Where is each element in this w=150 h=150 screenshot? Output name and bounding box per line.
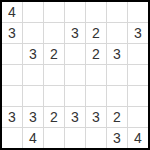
cell-r4-c3[interactable]	[44, 65, 64, 85]
cell-r4-c7[interactable]	[128, 65, 148, 85]
cell-r2-c6[interactable]	[107, 23, 127, 43]
cell-r1-c6[interactable]	[107, 2, 127, 22]
cell-r5-c6[interactable]	[107, 86, 127, 106]
cell-r6-c1[interactable]: 3	[2, 107, 22, 127]
cell-r1-c5[interactable]	[86, 2, 106, 22]
cell-r6-c2[interactable]: 3	[23, 107, 43, 127]
cell-r6-c3[interactable]: 2	[44, 107, 64, 127]
cell-r2-c3[interactable]	[44, 23, 64, 43]
cell-r2-c7[interactable]: 3	[128, 23, 148, 43]
cell-r5-c3[interactable]	[44, 86, 64, 106]
cell-r5-c7[interactable]	[128, 86, 148, 106]
cell-r4-c2[interactable]	[23, 65, 43, 85]
cell-r3-c4[interactable]	[65, 44, 85, 64]
cell-r2-c1[interactable]: 3	[2, 23, 22, 43]
cell-r3-c7[interactable]	[128, 44, 148, 64]
cell-r7-c1[interactable]	[2, 128, 22, 148]
cell-r5-c1[interactable]	[2, 86, 22, 106]
puzzle-area: 433233223332332434	[0, 0, 150, 150]
cell-r1-c2[interactable]	[23, 2, 43, 22]
cell-r5-c2[interactable]	[23, 86, 43, 106]
cell-r4-c6[interactable]	[107, 65, 127, 85]
cell-r2-c5[interactable]: 2	[86, 23, 106, 43]
cell-r6-c7[interactable]	[128, 107, 148, 127]
cell-r7-c6[interactable]: 3	[107, 128, 127, 148]
minesweeper-board: 433233223332332434	[0, 0, 150, 150]
cell-r7-c5[interactable]	[86, 128, 106, 148]
cell-r3-c2[interactable]: 3	[23, 44, 43, 64]
cell-r6-c4[interactable]: 3	[65, 107, 85, 127]
cell-r1-c1[interactable]: 4	[2, 2, 22, 22]
cell-r7-c7[interactable]: 4	[128, 128, 148, 148]
cell-r5-c5[interactable]	[86, 86, 106, 106]
cell-r7-c3[interactable]	[44, 128, 64, 148]
cell-r6-c5[interactable]: 3	[86, 107, 106, 127]
cell-r7-c2[interactable]: 4	[23, 128, 43, 148]
cell-r3-c1[interactable]	[2, 44, 22, 64]
cell-r2-c2[interactable]	[23, 23, 43, 43]
cell-r1-c7[interactable]	[128, 2, 148, 22]
cell-r3-c5[interactable]: 2	[86, 44, 106, 64]
cell-r5-c4[interactable]	[65, 86, 85, 106]
cell-r6-c6[interactable]: 2	[107, 107, 127, 127]
cell-r7-c4[interactable]	[65, 128, 85, 148]
cell-r4-c5[interactable]	[86, 65, 106, 85]
cell-r2-c4[interactable]: 3	[65, 23, 85, 43]
cell-r3-c3[interactable]: 2	[44, 44, 64, 64]
cell-r4-c1[interactable]	[2, 65, 22, 85]
cell-r1-c3[interactable]	[44, 2, 64, 22]
cell-r1-c4[interactable]	[65, 2, 85, 22]
cell-r4-c4[interactable]	[65, 65, 85, 85]
cell-r3-c6[interactable]: 3	[107, 44, 127, 64]
